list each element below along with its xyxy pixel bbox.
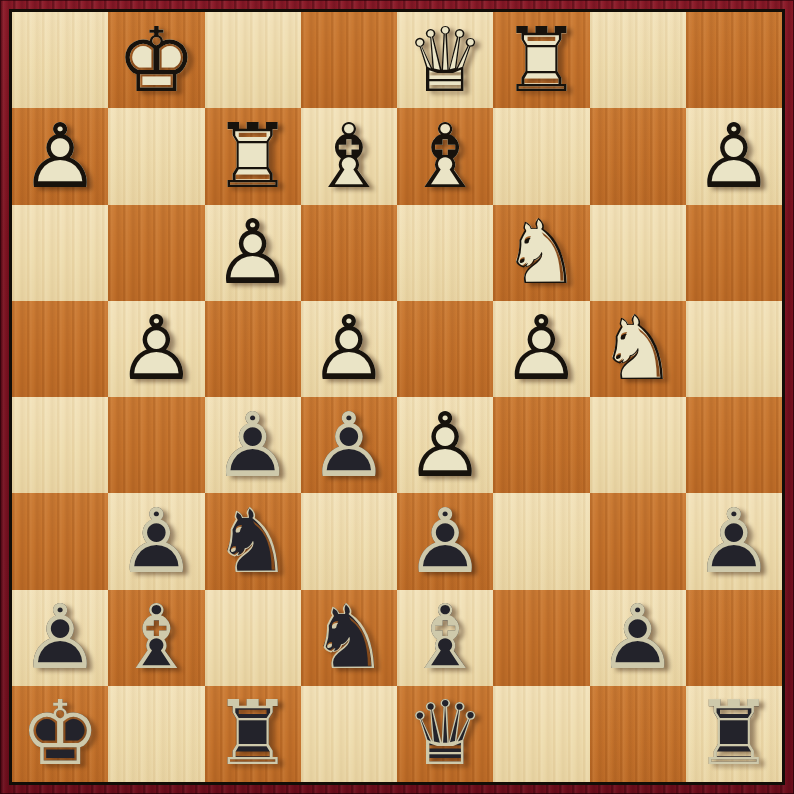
square-d6[interactable]: ♟♙ xyxy=(397,493,493,589)
black-pawn[interactable]: ♟♙ xyxy=(686,493,782,589)
white-queen-outline: ♕ xyxy=(397,12,493,108)
white-bishop-outline: ♗ xyxy=(301,108,397,204)
square-a3[interactable] xyxy=(686,205,782,301)
white-pawn[interactable]: ♟♙ xyxy=(12,108,108,204)
square-g8[interactable] xyxy=(108,686,204,782)
white-pawn-outline: ♙ xyxy=(12,108,108,204)
square-c5[interactable] xyxy=(493,397,589,493)
square-b5[interactable] xyxy=(590,397,686,493)
black-pawn[interactable]: ♟♙ xyxy=(397,493,493,589)
square-b8[interactable] xyxy=(590,686,686,782)
white-pawn-outline: ♙ xyxy=(397,397,493,493)
white-pawn-outline: ♙ xyxy=(108,301,204,397)
square-b3[interactable] xyxy=(590,205,686,301)
white-king-outline: ♔ xyxy=(108,12,204,108)
square-a6[interactable]: ♟♙ xyxy=(686,493,782,589)
square-g4[interactable]: ♟♙ xyxy=(108,301,204,397)
black-knight-outline: ♘ xyxy=(205,493,301,589)
black-rook-outline: ♖ xyxy=(205,686,301,782)
square-a4[interactable] xyxy=(686,301,782,397)
square-f4[interactable] xyxy=(205,301,301,397)
square-d2[interactable]: ♝♗ xyxy=(397,108,493,204)
black-pawn-outline: ♙ xyxy=(397,493,493,589)
square-d1[interactable]: ♛♕ xyxy=(397,12,493,108)
square-d5[interactable]: ♟♙ xyxy=(397,397,493,493)
black-pawn-outline: ♙ xyxy=(301,397,397,493)
white-pawn[interactable]: ♟♙ xyxy=(301,301,397,397)
black-pawn-outline: ♙ xyxy=(12,590,108,686)
square-a8[interactable]: ♜♖ xyxy=(686,686,782,782)
square-c2[interactable] xyxy=(493,108,589,204)
square-f1[interactable] xyxy=(205,12,301,108)
black-rook[interactable]: ♜♖ xyxy=(205,686,301,782)
black-pawn[interactable]: ♟♙ xyxy=(590,590,686,686)
square-d4[interactable] xyxy=(397,301,493,397)
square-c3[interactable]: ♞♘ xyxy=(493,205,589,301)
square-g6[interactable]: ♟♙ xyxy=(108,493,204,589)
white-knight-outline: ♘ xyxy=(590,301,686,397)
square-b6[interactable] xyxy=(590,493,686,589)
square-e2[interactable]: ♝♗ xyxy=(301,108,397,204)
black-pawn[interactable]: ♟♙ xyxy=(108,493,204,589)
square-h2[interactable]: ♟♙ xyxy=(12,108,108,204)
white-pawn[interactable]: ♟♙ xyxy=(686,108,782,204)
black-pawn-outline: ♙ xyxy=(686,493,782,589)
square-f2[interactable]: ♜♖ xyxy=(205,108,301,204)
white-king[interactable]: ♚♔ xyxy=(108,12,204,108)
black-knight[interactable]: ♞♘ xyxy=(205,493,301,589)
chess-diagram: ♚♔♛♕♜♖♟♙♜♖♝♗♝♗♟♙♟♙♞♘♟♙♟♙♟♙♞♘♟♙♟♙♟♙♟♙♞♘♟♙… xyxy=(0,0,794,794)
square-h4[interactable] xyxy=(12,301,108,397)
square-g5[interactable] xyxy=(108,397,204,493)
square-e4[interactable]: ♟♙ xyxy=(301,301,397,397)
black-bishop-outline: ♗ xyxy=(108,590,204,686)
square-c4[interactable]: ♟♙ xyxy=(493,301,589,397)
square-b7[interactable]: ♟♙ xyxy=(590,590,686,686)
white-pawn-outline: ♙ xyxy=(493,301,589,397)
white-rook-outline: ♖ xyxy=(493,12,589,108)
white-pawn[interactable]: ♟♙ xyxy=(205,205,301,301)
black-pawn[interactable]: ♟♙ xyxy=(205,397,301,493)
square-g3[interactable] xyxy=(108,205,204,301)
square-h7[interactable]: ♟♙ xyxy=(12,590,108,686)
square-d3[interactable] xyxy=(397,205,493,301)
square-g2[interactable] xyxy=(108,108,204,204)
square-h5[interactable] xyxy=(12,397,108,493)
white-knight[interactable]: ♞♘ xyxy=(493,205,589,301)
black-pawn-outline: ♙ xyxy=(590,590,686,686)
white-knight[interactable]: ♞♘ xyxy=(590,301,686,397)
black-king-outline: ♔ xyxy=(12,686,108,782)
square-d7[interactable]: ♝♗ xyxy=(397,590,493,686)
black-pawn-outline: ♙ xyxy=(108,493,204,589)
black-pawn-outline: ♙ xyxy=(205,397,301,493)
white-pawn-outline: ♙ xyxy=(686,108,782,204)
square-b4[interactable]: ♞♘ xyxy=(590,301,686,397)
square-h1[interactable] xyxy=(12,12,108,108)
white-knight-outline: ♘ xyxy=(493,205,589,301)
square-a7[interactable] xyxy=(686,590,782,686)
square-a5[interactable] xyxy=(686,397,782,493)
square-e6[interactable] xyxy=(301,493,397,589)
white-pawn[interactable]: ♟♙ xyxy=(493,301,589,397)
square-g1[interactable]: ♚♔ xyxy=(108,12,204,108)
square-c7[interactable] xyxy=(493,590,589,686)
square-f8[interactable]: ♜♖ xyxy=(205,686,301,782)
black-rook[interactable]: ♜♖ xyxy=(686,686,782,782)
square-e8[interactable] xyxy=(301,686,397,782)
square-g7[interactable]: ♝♗ xyxy=(108,590,204,686)
square-c1[interactable]: ♜♖ xyxy=(493,12,589,108)
square-d8[interactable]: ♛♕ xyxy=(397,686,493,782)
black-king[interactable]: ♚♔ xyxy=(12,686,108,782)
black-knight[interactable]: ♞♘ xyxy=(301,590,397,686)
square-f6[interactable]: ♞♘ xyxy=(205,493,301,589)
black-bishop[interactable]: ♝♗ xyxy=(108,590,204,686)
square-h3[interactable] xyxy=(12,205,108,301)
white-rook-outline: ♖ xyxy=(205,108,301,204)
square-e5[interactable]: ♟♙ xyxy=(301,397,397,493)
black-bishop[interactable]: ♝♗ xyxy=(397,590,493,686)
white-bishop[interactable]: ♝♗ xyxy=(397,108,493,204)
square-f7[interactable] xyxy=(205,590,301,686)
square-f5[interactable]: ♟♙ xyxy=(205,397,301,493)
square-c6[interactable] xyxy=(493,493,589,589)
white-pawn[interactable]: ♟♙ xyxy=(108,301,204,397)
square-c8[interactable] xyxy=(493,686,589,782)
black-queen[interactable]: ♛♕ xyxy=(397,686,493,782)
square-e1[interactable] xyxy=(301,12,397,108)
white-bishop-outline: ♗ xyxy=(397,108,493,204)
black-queen-outline: ♕ xyxy=(397,686,493,782)
black-bishop-outline: ♗ xyxy=(397,590,493,686)
square-a1[interactable] xyxy=(686,12,782,108)
square-f3[interactable]: ♟♙ xyxy=(205,205,301,301)
black-rook-outline: ♖ xyxy=(686,686,782,782)
white-rook[interactable]: ♜♖ xyxy=(205,108,301,204)
black-pawn[interactable]: ♟♙ xyxy=(301,397,397,493)
square-b2[interactable] xyxy=(590,108,686,204)
white-pawn-outline: ♙ xyxy=(301,301,397,397)
chessboard: ♚♔♛♕♜♖♟♙♜♖♝♗♝♗♟♙♟♙♞♘♟♙♟♙♟♙♞♘♟♙♟♙♟♙♟♙♞♘♟♙… xyxy=(9,9,785,785)
black-knight-outline: ♘ xyxy=(301,590,397,686)
white-bishop[interactable]: ♝♗ xyxy=(301,108,397,204)
white-rook[interactable]: ♜♖ xyxy=(493,12,589,108)
square-a2[interactable]: ♟♙ xyxy=(686,108,782,204)
black-pawn[interactable]: ♟♙ xyxy=(12,590,108,686)
square-h6[interactable] xyxy=(12,493,108,589)
white-pawn-outline: ♙ xyxy=(205,205,301,301)
white-pawn[interactable]: ♟♙ xyxy=(397,397,493,493)
white-queen[interactable]: ♛♕ xyxy=(397,12,493,108)
board-frame: ♚♔♛♕♜♖♟♙♜♖♝♗♝♗♟♙♟♙♞♘♟♙♟♙♟♙♞♘♟♙♟♙♟♙♟♙♞♘♟♙… xyxy=(0,0,794,794)
square-h8[interactable]: ♚♔ xyxy=(12,686,108,782)
square-b1[interactable] xyxy=(590,12,686,108)
square-e7[interactable]: ♞♘ xyxy=(301,590,397,686)
square-e3[interactable] xyxy=(301,205,397,301)
